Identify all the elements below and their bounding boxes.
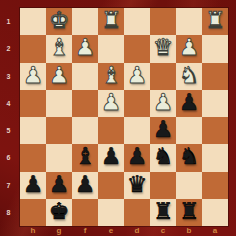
square-c6[interactable]: ♞ <box>150 144 176 171</box>
piece-black-knight-c6[interactable]: ♞ <box>153 145 174 168</box>
square-e6[interactable]: ♟ <box>98 144 124 171</box>
piece-black-king-g8[interactable]: ♚ <box>49 200 70 223</box>
piece-white-bishop-g2[interactable]: ♝ <box>49 36 70 59</box>
piece-white-rook-e1[interactable]: ♜ <box>101 9 122 32</box>
square-e2[interactable] <box>98 35 124 62</box>
square-c1[interactable] <box>150 8 176 35</box>
square-h8[interactable] <box>20 199 46 226</box>
square-d3[interactable]: ♟ <box>124 63 150 90</box>
piece-black-pawn-f7[interactable]: ♟ <box>75 173 96 196</box>
rank-label-2: 2 <box>0 35 20 62</box>
piece-black-knight-b6[interactable]: ♞ <box>179 145 200 168</box>
square-a8[interactable] <box>202 199 228 226</box>
square-b6[interactable]: ♞ <box>176 144 202 171</box>
square-e4[interactable]: ♟ <box>98 90 124 117</box>
file-label-g: g <box>46 226 72 236</box>
rank-label-4: 4 <box>0 90 20 117</box>
rank-label-6: 6 <box>0 144 20 171</box>
square-f1[interactable] <box>72 8 98 35</box>
file-label-b: b <box>176 226 202 236</box>
square-f7[interactable]: ♟ <box>72 172 98 199</box>
piece-black-rook-c8[interactable]: ♜ <box>153 200 174 223</box>
square-d6[interactable]: ♟ <box>124 144 150 171</box>
piece-white-pawn-e4[interactable]: ♟ <box>101 91 122 114</box>
piece-black-bishop-f6[interactable]: ♝ <box>75 145 96 168</box>
piece-black-pawn-h7[interactable]: ♟ <box>23 173 44 196</box>
square-d2[interactable] <box>124 35 150 62</box>
square-a1[interactable]: ♜ <box>202 8 228 35</box>
square-b7[interactable] <box>176 172 202 199</box>
piece-black-pawn-g7[interactable]: ♟ <box>49 173 70 196</box>
square-g1[interactable]: ♚ <box>46 8 72 35</box>
square-c5[interactable]: ♟ <box>150 117 176 144</box>
piece-black-pawn-b4[interactable]: ♟ <box>179 91 200 114</box>
square-e8[interactable] <box>98 199 124 226</box>
file-label-d: d <box>124 226 150 236</box>
square-h4[interactable] <box>20 90 46 117</box>
rank-label-7: 7 <box>0 172 20 199</box>
file-label-a: a <box>202 226 228 236</box>
rank-label-1: 1 <box>0 8 20 35</box>
square-h5[interactable] <box>20 117 46 144</box>
square-g8[interactable]: ♚ <box>46 199 72 226</box>
rank-label-8: 8 <box>0 199 20 226</box>
piece-white-bishop-e3[interactable]: ♝ <box>101 64 122 87</box>
square-b2[interactable]: ♟ <box>176 35 202 62</box>
square-d7[interactable]: ♛ <box>124 172 150 199</box>
square-e1[interactable]: ♜ <box>98 8 124 35</box>
piece-black-queen-d7[interactable]: ♛ <box>127 173 148 196</box>
square-d1[interactable] <box>124 8 150 35</box>
square-c2[interactable]: ♛ <box>150 35 176 62</box>
piece-white-pawn-h3[interactable]: ♟ <box>23 64 44 87</box>
square-g5[interactable] <box>46 117 72 144</box>
square-a5[interactable] <box>202 117 228 144</box>
square-b8[interactable]: ♜ <box>176 199 202 226</box>
piece-white-pawn-g3[interactable]: ♟ <box>49 64 70 87</box>
piece-white-pawn-f2[interactable]: ♟ <box>75 36 96 59</box>
square-h7[interactable]: ♟ <box>20 172 46 199</box>
square-d4[interactable] <box>124 90 150 117</box>
square-a4[interactable] <box>202 90 228 117</box>
file-label-e: e <box>98 226 124 236</box>
square-f5[interactable] <box>72 117 98 144</box>
piece-black-rook-b8[interactable]: ♜ <box>179 200 200 223</box>
file-label-h: h <box>20 226 46 236</box>
square-e7[interactable] <box>98 172 124 199</box>
piece-white-pawn-d3[interactable]: ♟ <box>127 64 148 87</box>
square-c4[interactable]: ♟ <box>150 90 176 117</box>
square-h6[interactable] <box>20 144 46 171</box>
square-a7[interactable] <box>202 172 228 199</box>
square-g7[interactable]: ♟ <box>46 172 72 199</box>
piece-black-pawn-d6[interactable]: ♟ <box>127 145 148 168</box>
square-h3[interactable]: ♟ <box>20 63 46 90</box>
square-g3[interactable]: ♟ <box>46 63 72 90</box>
square-d8[interactable] <box>124 199 150 226</box>
file-label-f: f <box>72 226 98 236</box>
square-c8[interactable]: ♜ <box>150 199 176 226</box>
square-c7[interactable] <box>150 172 176 199</box>
piece-white-knight-b3[interactable]: ♞ <box>179 64 200 87</box>
piece-white-king-g1[interactable]: ♚ <box>49 9 70 32</box>
chess-board-frame: 12345678 ♚♜♜♝♟♛♟♟♟♝♟♞♟♟♟♟♝♟♟♞♞♟♟♟♛♚♜♜ hg… <box>0 0 236 236</box>
square-f4[interactable] <box>72 90 98 117</box>
square-e3[interactable]: ♝ <box>98 63 124 90</box>
rank-label-5: 5 <box>0 117 20 144</box>
square-f2[interactable]: ♟ <box>72 35 98 62</box>
square-g6[interactable] <box>46 144 72 171</box>
piece-white-queen-c2[interactable]: ♛ <box>153 36 174 59</box>
rank-label-3: 3 <box>0 63 20 90</box>
square-b1[interactable] <box>176 8 202 35</box>
file-label-c: c <box>150 226 176 236</box>
square-g2[interactable]: ♝ <box>46 35 72 62</box>
file-labels: hgfedcba <box>20 226 228 236</box>
rank-labels: 12345678 <box>0 8 20 226</box>
square-b3[interactable]: ♞ <box>176 63 202 90</box>
piece-white-rook-a1[interactable]: ♜ <box>205 9 226 32</box>
piece-white-pawn-b2[interactable]: ♟ <box>179 36 200 59</box>
square-b4[interactable]: ♟ <box>176 90 202 117</box>
square-a3[interactable] <box>202 63 228 90</box>
square-h1[interactable] <box>20 8 46 35</box>
piece-black-pawn-c5[interactable]: ♟ <box>153 118 174 141</box>
square-d5[interactable] <box>124 117 150 144</box>
square-e5[interactable] <box>98 117 124 144</box>
square-c3[interactable] <box>150 63 176 90</box>
square-f3[interactable] <box>72 63 98 90</box>
board: ♚♜♜♝♟♛♟♟♟♝♟♞♟♟♟♟♝♟♟♞♞♟♟♟♛♚♜♜ <box>20 8 228 226</box>
square-g4[interactable] <box>46 90 72 117</box>
square-a6[interactable] <box>202 144 228 171</box>
square-h2[interactable] <box>20 35 46 62</box>
square-f6[interactable]: ♝ <box>72 144 98 171</box>
square-b5[interactable] <box>176 117 202 144</box>
square-a2[interactable] <box>202 35 228 62</box>
piece-white-pawn-c4[interactable]: ♟ <box>153 91 174 114</box>
square-f8[interactable] <box>72 199 98 226</box>
piece-black-pawn-e6[interactable]: ♟ <box>101 145 122 168</box>
